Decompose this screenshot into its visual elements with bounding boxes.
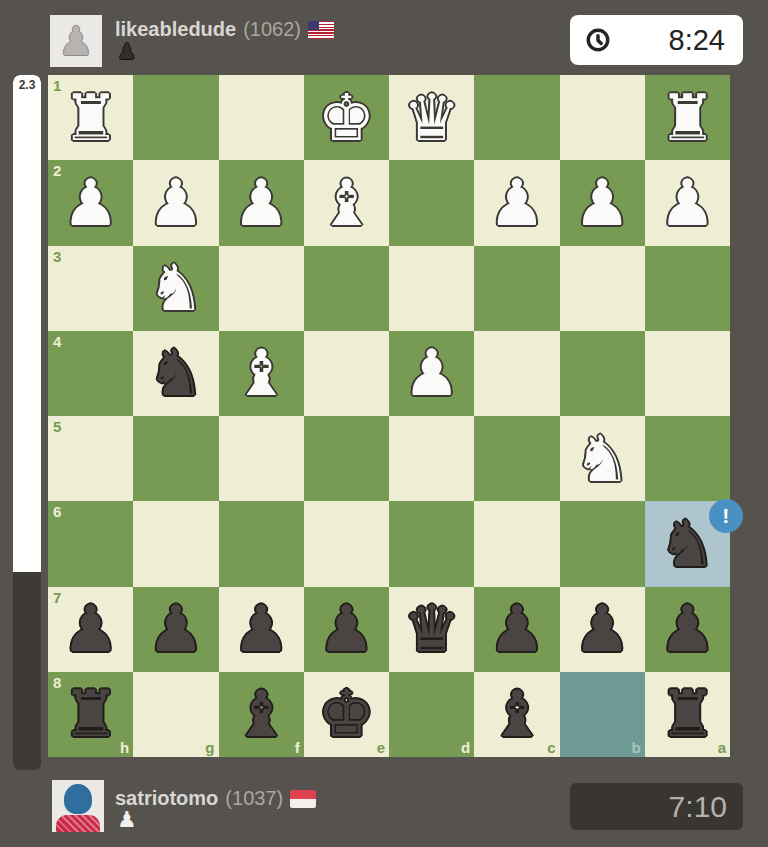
black-pawn-b7: ♟: [573, 597, 630, 661]
square-h8[interactable]: ♜8h: [48, 672, 133, 757]
square-c2[interactable]: ♟: [474, 160, 559, 245]
player-avatar[interactable]: [52, 780, 104, 832]
player-bar: satriotomo (1037) ♟ 7:10: [0, 757, 768, 847]
rank-label-6: 6: [53, 504, 61, 519]
square-f5[interactable]: [219, 416, 304, 501]
square-f8[interactable]: ♝f: [219, 672, 304, 757]
square-g2[interactable]: ♟: [133, 160, 218, 245]
captured-black-pawn-icon: ♟: [117, 39, 137, 64]
square-b4[interactable]: [560, 331, 645, 416]
black-knight-a6: ♞: [659, 512, 716, 576]
rank-label-3: 3: [53, 249, 61, 264]
square-g6[interactable]: [133, 501, 218, 586]
black-pawn-f7: ♟: [232, 597, 289, 661]
square-h7[interactable]: ♟7: [48, 587, 133, 672]
square-g7[interactable]: ♟: [133, 587, 218, 672]
file-label-d: d: [461, 740, 470, 755]
square-c4[interactable]: [474, 331, 559, 416]
white-queen-d1: ♛: [403, 86, 460, 150]
square-e4[interactable]: [304, 331, 389, 416]
square-h5[interactable]: 5: [48, 416, 133, 501]
square-b5[interactable]: ♞: [560, 416, 645, 501]
square-h1[interactable]: ♜1: [48, 75, 133, 160]
white-pawn-a2: ♟: [659, 171, 716, 235]
square-a5[interactable]: [645, 416, 730, 501]
white-pawn-c2: ♟: [488, 171, 545, 235]
rank-label-8: 8: [53, 675, 61, 690]
white-bishop-f4: ♝: [232, 341, 289, 405]
square-c1[interactable]: [474, 75, 559, 160]
chess-board: ! ♜1♚♛♜♟2♟♟♝♟♟♟3♞4♞♝♟5♞6♞♟7♟♟♟♛♟♟♟♜8hg♝f…: [48, 75, 730, 757]
square-d1[interactable]: ♛: [389, 75, 474, 160]
square-d4[interactable]: ♟: [389, 331, 474, 416]
white-knight-g3: ♞: [147, 256, 204, 320]
black-queen-d7: ♛: [403, 597, 460, 661]
eval-bar: 2.3: [13, 75, 41, 770]
white-rook-a1: ♜: [659, 86, 716, 150]
square-b2[interactable]: ♟: [560, 160, 645, 245]
square-a1[interactable]: ♜: [645, 75, 730, 160]
white-knight-b5: ♞: [573, 427, 630, 491]
square-d3[interactable]: [389, 246, 474, 331]
black-pawn-g7: ♟: [147, 597, 204, 661]
square-e1[interactable]: ♚: [304, 75, 389, 160]
file-label-e: e: [377, 740, 385, 755]
file-label-g: g: [205, 740, 214, 755]
avatar-shirt-shape: [56, 815, 100, 832]
square-c8[interactable]: ♝c: [474, 672, 559, 757]
white-pawn-f2: ♟: [232, 171, 289, 235]
opponent-rating: (1062): [243, 18, 301, 41]
black-king-e8: ♚: [318, 682, 375, 746]
us-flag-icon: [308, 21, 334, 39]
square-a4[interactable]: [645, 331, 730, 416]
black-pawn-h7: ♟: [62, 597, 119, 661]
rank-label-4: 4: [53, 334, 61, 349]
black-clock-time: 7:10: [669, 790, 743, 824]
square-c6[interactable]: [474, 501, 559, 586]
player-captured-pieces: ♟: [117, 809, 137, 831]
white-clock: 8:24: [570, 15, 743, 65]
square-e5[interactable]: [304, 416, 389, 501]
square-a7[interactable]: ♟: [645, 587, 730, 672]
avatar-head-shape: [64, 784, 92, 814]
square-e7[interactable]: ♟: [304, 587, 389, 672]
square-a8[interactable]: ♜a: [645, 672, 730, 757]
square-h2[interactable]: ♟2: [48, 160, 133, 245]
rank-label-1: 1: [53, 78, 61, 93]
black-rook-h8: ♜: [62, 682, 119, 746]
black-rook-a8: ♜: [659, 682, 716, 746]
opponent-name-row[interactable]: likeabledude (1062): [115, 18, 334, 41]
square-b6[interactable]: [560, 501, 645, 586]
file-label-b: b: [632, 740, 641, 755]
square-h4[interactable]: 4: [48, 331, 133, 416]
square-g4[interactable]: ♞: [133, 331, 218, 416]
rank-label-5: 5: [53, 419, 61, 434]
white-rook-h1: ♜: [62, 86, 119, 150]
square-e3[interactable]: [304, 246, 389, 331]
white-pawn-b2: ♟: [573, 171, 630, 235]
square-d7[interactable]: ♛: [389, 587, 474, 672]
rank-label-7: 7: [53, 590, 61, 605]
square-b1[interactable]: [560, 75, 645, 160]
black-pawn-a7: ♟: [659, 597, 716, 661]
square-c7[interactable]: ♟: [474, 587, 559, 672]
file-label-a: a: [718, 740, 726, 755]
black-clock: 7:10: [570, 783, 743, 830]
file-label-c: c: [547, 740, 555, 755]
square-f7[interactable]: ♟: [219, 587, 304, 672]
black-pawn-c7: ♟: [488, 597, 545, 661]
square-d8[interactable]: d: [389, 672, 474, 757]
opponent-captured-pieces: ♟: [117, 41, 137, 63]
great-move-badge-icon: !: [709, 499, 743, 533]
square-e8[interactable]: ♚e: [304, 672, 389, 757]
square-d5[interactable]: [389, 416, 474, 501]
square-b7[interactable]: ♟: [560, 587, 645, 672]
white-pawn-d4: ♟: [403, 341, 460, 405]
file-label-f: f: [295, 740, 300, 755]
square-g3[interactable]: ♞: [133, 246, 218, 331]
square-f4[interactable]: ♝: [219, 331, 304, 416]
black-bishop-c8: ♝: [488, 682, 545, 746]
file-label-h: h: [120, 740, 129, 755]
opponent-player-bar: ♟ likeabledude (1062) ♟ 8:24: [0, 0, 768, 75]
square-g8[interactable]: g: [133, 672, 218, 757]
opponent-name: likeabledude: [115, 18, 236, 41]
square-a2[interactable]: ♟: [645, 160, 730, 245]
square-b8[interactable]: b: [560, 672, 645, 757]
square-h3[interactable]: 3: [48, 246, 133, 331]
square-g1[interactable]: [133, 75, 218, 160]
chess-game-screen: ♟ likeabledude (1062) ♟ 8:24 2.3 ! ♜1♚♛♜…: [0, 0, 768, 847]
square-f3[interactable]: [219, 246, 304, 331]
black-bishop-f8: ♝: [232, 682, 289, 746]
white-pawn-h2: ♟: [62, 171, 119, 235]
square-c3[interactable]: [474, 246, 559, 331]
white-bishop-e2: ♝: [318, 171, 375, 235]
square-e2[interactable]: ♝: [304, 160, 389, 245]
white-pawn-g2: ♟: [147, 171, 204, 235]
black-knight-g4: ♞: [147, 341, 204, 405]
square-b3[interactable]: [560, 246, 645, 331]
square-h6[interactable]: 6: [48, 501, 133, 586]
captured-white-pawn-icon: ♟: [117, 807, 137, 832]
square-a3[interactable]: [645, 246, 730, 331]
square-g5[interactable]: [133, 416, 218, 501]
square-e6[interactable]: [304, 501, 389, 586]
square-f1[interactable]: [219, 75, 304, 160]
player-rating: (1037): [225, 787, 283, 810]
square-c5[interactable]: [474, 416, 559, 501]
square-f6[interactable]: [219, 501, 304, 586]
white-king-e1: ♚: [318, 86, 375, 150]
pawn-avatar-icon: ♟: [58, 21, 94, 61]
white-clock-time: 8:24: [669, 24, 743, 57]
indonesia-flag-icon: [290, 790, 316, 808]
rank-label-2: 2: [53, 163, 61, 178]
player-name-row[interactable]: satriotomo (1037): [115, 787, 316, 810]
opponent-avatar[interactable]: ♟: [50, 15, 102, 67]
eval-score: 2.3: [13, 78, 41, 92]
square-d2[interactable]: [389, 160, 474, 245]
black-pawn-e7: ♟: [318, 597, 375, 661]
eval-bar-white-fill: [13, 75, 41, 572]
square-f2[interactable]: ♟: [219, 160, 304, 245]
square-d6[interactable]: [389, 501, 474, 586]
clock-icon: [585, 27, 611, 53]
